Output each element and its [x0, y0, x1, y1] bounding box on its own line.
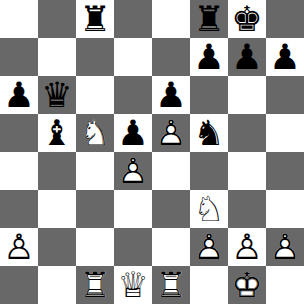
- square-a1[interactable]: [0, 266, 38, 304]
- square-e2[interactable]: [152, 228, 190, 266]
- square-b3[interactable]: [38, 190, 76, 228]
- square-g8[interactable]: ♚: [228, 0, 266, 38]
- chess-board: ♜♜♚♟♟♟♟♛♟♝♞♘♟♟♙♞♟♙♞♘♟♙♟♙♟♙♟♙♜♖♛♕♜♖♚♔: [0, 0, 304, 304]
- piece-outline-layer: ♔: [228, 266, 266, 304]
- white-pawn[interactable]: ♟♙: [190, 228, 228, 266]
- piece-glyph: ♟: [266, 38, 304, 76]
- piece-glyph: ♟: [228, 38, 266, 76]
- square-b2[interactable]: [38, 228, 76, 266]
- black-pawn[interactable]: ♟: [0, 76, 38, 114]
- square-g4[interactable]: [228, 152, 266, 190]
- square-b5[interactable]: ♝: [38, 114, 76, 152]
- piece-outline-layer: ♙: [228, 228, 266, 266]
- black-bishop[interactable]: ♝: [38, 114, 76, 152]
- square-a2[interactable]: ♟♙: [0, 228, 38, 266]
- chess-diagram: ♜♜♚♟♟♟♟♛♟♝♞♘♟♟♙♞♟♙♞♘♟♙♟♙♟♙♟♙♜♖♛♕♜♖♚♔: [0, 0, 304, 304]
- square-d8[interactable]: [114, 0, 152, 38]
- square-h4[interactable]: [266, 152, 304, 190]
- square-g6[interactable]: [228, 76, 266, 114]
- square-f1[interactable]: [190, 266, 228, 304]
- square-a8[interactable]: [0, 0, 38, 38]
- square-c4[interactable]: [76, 152, 114, 190]
- square-g2[interactable]: ♟♙: [228, 228, 266, 266]
- square-d7[interactable]: [114, 38, 152, 76]
- square-b1[interactable]: [38, 266, 76, 304]
- white-knight[interactable]: ♞♘: [76, 114, 114, 152]
- square-g7[interactable]: ♟: [228, 38, 266, 76]
- square-h7[interactable]: ♟: [266, 38, 304, 76]
- square-f7[interactable]: ♟: [190, 38, 228, 76]
- white-pawn[interactable]: ♟♙: [114, 152, 152, 190]
- piece-glyph: ♜: [190, 0, 228, 38]
- piece-glyph: ♜: [76, 0, 114, 38]
- piece-outline-layer: ♘: [190, 190, 228, 228]
- black-pawn[interactable]: ♟: [228, 38, 266, 76]
- piece-outline-layer: ♙: [114, 152, 152, 190]
- square-h5[interactable]: [266, 114, 304, 152]
- white-queen[interactable]: ♛♕: [114, 266, 152, 304]
- square-f3[interactable]: ♞♘: [190, 190, 228, 228]
- white-pawn[interactable]: ♟♙: [0, 228, 38, 266]
- square-e3[interactable]: [152, 190, 190, 228]
- square-h3[interactable]: [266, 190, 304, 228]
- black-king[interactable]: ♚: [228, 0, 266, 38]
- square-b8[interactable]: [38, 0, 76, 38]
- white-pawn[interactable]: ♟♙: [266, 228, 304, 266]
- piece-glyph: ♟: [190, 38, 228, 76]
- square-f2[interactable]: ♟♙: [190, 228, 228, 266]
- square-f8[interactable]: ♜: [190, 0, 228, 38]
- black-pawn[interactable]: ♟: [190, 38, 228, 76]
- square-a7[interactable]: [0, 38, 38, 76]
- square-h2[interactable]: ♟♙: [266, 228, 304, 266]
- black-knight[interactable]: ♞: [190, 114, 228, 152]
- square-e7[interactable]: [152, 38, 190, 76]
- piece-glyph: ♟: [0, 76, 38, 114]
- square-d5[interactable]: ♟: [114, 114, 152, 152]
- square-a6[interactable]: ♟: [0, 76, 38, 114]
- square-h6[interactable]: [266, 76, 304, 114]
- piece-outline-layer: ♙: [0, 228, 38, 266]
- square-e6[interactable]: ♟: [152, 76, 190, 114]
- square-e8[interactable]: [152, 0, 190, 38]
- square-h8[interactable]: [266, 0, 304, 38]
- square-d3[interactable]: [114, 190, 152, 228]
- square-g1[interactable]: ♚♔: [228, 266, 266, 304]
- square-g5[interactable]: [228, 114, 266, 152]
- piece-outline-layer: ♙: [266, 228, 304, 266]
- square-c6[interactable]: [76, 76, 114, 114]
- black-rook[interactable]: ♜: [76, 0, 114, 38]
- square-b4[interactable]: [38, 152, 76, 190]
- square-g3[interactable]: [228, 190, 266, 228]
- square-a5[interactable]: [0, 114, 38, 152]
- square-d1[interactable]: ♛♕: [114, 266, 152, 304]
- square-c8[interactable]: ♜: [76, 0, 114, 38]
- black-rook[interactable]: ♜: [190, 0, 228, 38]
- square-f5[interactable]: ♞: [190, 114, 228, 152]
- square-e4[interactable]: [152, 152, 190, 190]
- piece-glyph: ♟: [114, 114, 152, 152]
- square-d6[interactable]: [114, 76, 152, 114]
- square-b7[interactable]: [38, 38, 76, 76]
- square-a4[interactable]: [0, 152, 38, 190]
- white-rook[interactable]: ♜♖: [76, 266, 114, 304]
- black-pawn[interactable]: ♟: [114, 114, 152, 152]
- piece-outline-layer: ♙: [152, 114, 190, 152]
- square-d4[interactable]: ♟♙: [114, 152, 152, 190]
- square-a3[interactable]: [0, 190, 38, 228]
- piece-glyph: ♞: [190, 114, 228, 152]
- piece-outline-layer: ♖: [76, 266, 114, 304]
- piece-glyph: ♝: [38, 114, 76, 152]
- white-rook[interactable]: ♜♖: [152, 266, 190, 304]
- square-c3[interactable]: [76, 190, 114, 228]
- square-e1[interactable]: ♜♖: [152, 266, 190, 304]
- square-d2[interactable]: [114, 228, 152, 266]
- white-pawn[interactable]: ♟♙: [228, 228, 266, 266]
- piece-glyph: ♚: [228, 0, 266, 38]
- square-h1[interactable]: [266, 266, 304, 304]
- square-c7[interactable]: [76, 38, 114, 76]
- square-f4[interactable]: [190, 152, 228, 190]
- square-b6[interactable]: ♛: [38, 76, 76, 114]
- black-pawn[interactable]: ♟: [152, 76, 190, 114]
- square-c5[interactable]: ♞♘: [76, 114, 114, 152]
- piece-outline-layer: ♘: [76, 114, 114, 152]
- piece-glyph: ♛: [38, 76, 76, 114]
- square-c1[interactable]: ♜♖: [76, 266, 114, 304]
- piece-outline-layer: ♕: [114, 266, 152, 304]
- square-f6[interactable]: [190, 76, 228, 114]
- black-pawn[interactable]: ♟: [266, 38, 304, 76]
- piece-outline-layer: ♖: [152, 266, 190, 304]
- piece-outline-layer: ♙: [190, 228, 228, 266]
- piece-glyph: ♟: [152, 76, 190, 114]
- white-king[interactable]: ♚♔: [228, 266, 266, 304]
- white-pawn[interactable]: ♟♙: [152, 114, 190, 152]
- white-knight[interactable]: ♞♘: [190, 190, 228, 228]
- black-queen[interactable]: ♛: [38, 76, 76, 114]
- square-c2[interactable]: [76, 228, 114, 266]
- square-e5[interactable]: ♟♙: [152, 114, 190, 152]
